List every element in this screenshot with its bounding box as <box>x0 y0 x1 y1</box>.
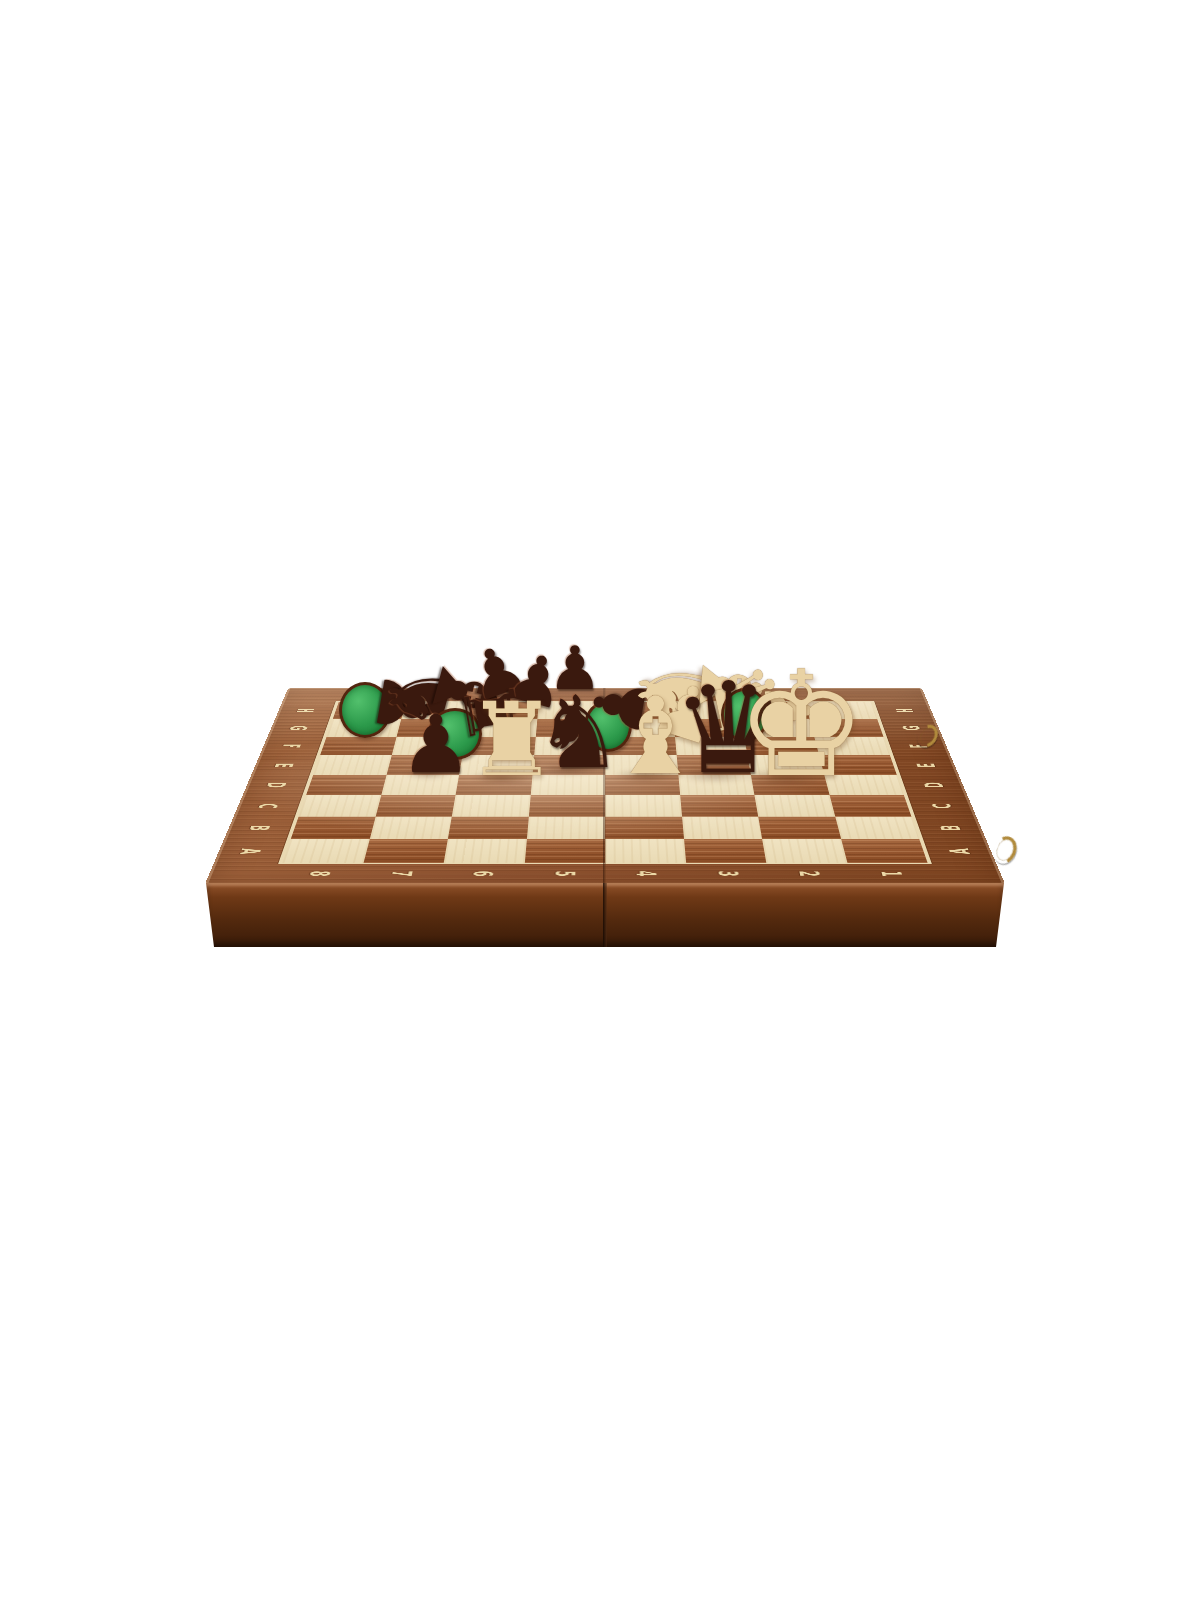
board-front-side <box>206 883 1004 947</box>
rank-label-front-8: 8 <box>303 868 336 879</box>
light-rook-standing: ♜ <box>466 689 557 791</box>
square-b1 <box>835 817 919 840</box>
file-label-right-a: A <box>944 846 977 856</box>
square-a6 <box>444 839 527 863</box>
file-label-left-f: F <box>276 742 305 750</box>
square-a1 <box>841 839 928 863</box>
file-label-left-g: G <box>284 724 312 732</box>
square-a5 <box>524 839 605 863</box>
file-label-right-d: D <box>919 781 949 790</box>
rank-label-front-1: 1 <box>874 868 907 879</box>
square-c7 <box>375 795 455 816</box>
file-label-left-b: B <box>243 823 275 833</box>
square-a3 <box>684 839 767 863</box>
dark-pawn-standing: ♟ <box>400 705 472 785</box>
square-b7 <box>369 817 452 840</box>
rank-label-front-3: 3 <box>712 868 743 879</box>
square-d8 <box>306 775 386 795</box>
rank-label-front-6: 6 <box>467 868 498 879</box>
square-a8 <box>282 839 369 863</box>
file-label-right-b: B <box>935 823 967 833</box>
file-label-right-c: C <box>927 801 958 810</box>
square-b8 <box>291 817 375 840</box>
rank-label-front-2: 2 <box>793 868 825 879</box>
square-e8 <box>313 755 391 774</box>
square-b3 <box>682 817 763 840</box>
file-label-right-h: H <box>892 707 919 714</box>
rank-label-front-4: 4 <box>631 868 661 879</box>
square-b6 <box>448 817 529 840</box>
light-king-standing: ♚ <box>736 651 867 797</box>
file-label-left-a: A <box>233 846 266 856</box>
product-photo: HGFEDCBAHGFEDCBA87654321 ♟♞♝♟♟♟♜♟♞♟♝♛♟♞♟… <box>0 0 1200 1600</box>
rank-label-front-5: 5 <box>549 868 579 879</box>
square-c4 <box>605 795 682 816</box>
square-a7 <box>363 839 448 863</box>
square-b5 <box>526 817 605 840</box>
file-label-left-d: D <box>260 781 290 790</box>
square-c8 <box>299 795 381 816</box>
square-b4 <box>605 817 684 840</box>
square-a2 <box>762 839 847 863</box>
file-label-right-e: E <box>912 761 942 769</box>
file-label-left-e: E <box>269 761 299 769</box>
square-b2 <box>758 817 841 840</box>
file-label-left-c: C <box>252 801 283 810</box>
square-f8 <box>320 737 396 756</box>
rank-label-front-7: 7 <box>385 868 417 879</box>
square-a4 <box>605 839 686 863</box>
file-label-left-h: H <box>291 707 318 714</box>
hinge-seam-side <box>603 883 607 947</box>
